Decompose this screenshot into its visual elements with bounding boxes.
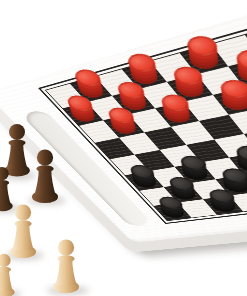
pawn-part — [0, 254, 11, 267]
pawn-part — [34, 169, 55, 195]
pawn-part — [15, 204, 31, 220]
chess-pawn-dark[interactable] — [24, 146, 66, 204]
pawn-part — [55, 259, 76, 285]
pawn-part — [9, 124, 25, 140]
pawn-part — [0, 270, 13, 291]
pawn-part — [12, 224, 33, 250]
chess-pawn-light[interactable] — [0, 251, 21, 296]
chess-pawn-light[interactable] — [43, 236, 89, 294]
pawn-part — [37, 149, 53, 165]
pawn-part — [0, 167, 9, 180]
pawn-part — [8, 139, 25, 146]
checkers-board — [38, 18, 247, 224]
pawn-part — [0, 267, 11, 273]
pawn-part — [36, 165, 53, 172]
pawn-part — [58, 239, 74, 255]
pawn-part — [0, 180, 9, 186]
pawn-part — [14, 220, 31, 227]
product-photo-checkers-set — [0, 0, 247, 296]
pawn-part — [57, 255, 74, 262]
